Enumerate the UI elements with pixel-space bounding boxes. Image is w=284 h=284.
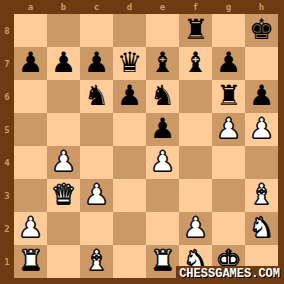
square-f4[interactable] (179, 146, 212, 179)
square-e3[interactable] (146, 179, 179, 212)
piece-black-pawn: ♟ (84, 49, 109, 77)
square-c1[interactable]: ♝ (80, 245, 113, 278)
square-a4[interactable] (14, 146, 47, 179)
piece-black-pawn: ♟ (51, 49, 76, 77)
piece-black-pawn: ♟ (150, 115, 175, 143)
rank-label-3: 3 (0, 179, 14, 212)
square-e6[interactable]: ♞ (146, 80, 179, 113)
square-c6[interactable]: ♞ (80, 80, 113, 113)
square-a5[interactable] (14, 113, 47, 146)
square-f2[interactable]: ♟ (179, 212, 212, 245)
file-label-a: a (14, 0, 47, 14)
piece-white-pawn: ♟ (216, 115, 241, 143)
square-c2[interactable] (80, 212, 113, 245)
square-h6[interactable]: ♟ (245, 80, 278, 113)
square-d2[interactable] (113, 212, 146, 245)
rank-labels: 87654321 (0, 14, 14, 278)
square-c7[interactable]: ♟ (80, 47, 113, 80)
piece-white-bishop: ♝ (249, 181, 274, 209)
square-g2[interactable] (212, 212, 245, 245)
square-f7[interactable]: ♝ (179, 47, 212, 80)
piece-black-bishop: ♝ (183, 49, 208, 77)
square-f6[interactable] (179, 80, 212, 113)
piece-black-knight: ♞ (84, 82, 109, 110)
square-a1[interactable]: ♜ (14, 245, 47, 278)
square-d1[interactable] (113, 245, 146, 278)
piece-white-pawn: ♟ (249, 115, 274, 143)
square-g7[interactable]: ♟ (212, 47, 245, 80)
rank-label-4: 4 (0, 146, 14, 179)
piece-black-rook: ♜ (216, 82, 241, 110)
piece-white-pawn: ♟ (150, 148, 175, 176)
square-f3[interactable] (179, 179, 212, 212)
square-h5[interactable]: ♟ (245, 113, 278, 146)
square-c8[interactable] (80, 14, 113, 47)
square-b5[interactable] (47, 113, 80, 146)
square-d6[interactable]: ♟ (113, 80, 146, 113)
square-e1[interactable]: ♜ (146, 245, 179, 278)
watermark: CHESSGAMES.COM (176, 266, 282, 283)
square-h4[interactable] (245, 146, 278, 179)
piece-black-pawn: ♟ (249, 82, 274, 110)
square-b8[interactable] (47, 14, 80, 47)
square-b4[interactable]: ♟ (47, 146, 80, 179)
square-b1[interactable] (47, 245, 80, 278)
square-g5[interactable]: ♟ (212, 113, 245, 146)
piece-black-queen: ♛ (117, 49, 142, 77)
square-e7[interactable]: ♝ (146, 47, 179, 80)
square-h7[interactable] (245, 47, 278, 80)
square-d7[interactable]: ♛ (113, 47, 146, 80)
square-a6[interactable] (14, 80, 47, 113)
square-f8[interactable]: ♜ (179, 14, 212, 47)
square-g8[interactable] (212, 14, 245, 47)
rank-label-7: 7 (0, 47, 14, 80)
file-label-c: c (80, 0, 113, 14)
square-c4[interactable] (80, 146, 113, 179)
square-a2[interactable]: ♟ (14, 212, 47, 245)
square-b7[interactable]: ♟ (47, 47, 80, 80)
square-c5[interactable] (80, 113, 113, 146)
square-b3[interactable]: ♛ (47, 179, 80, 212)
piece-black-pawn: ♟ (18, 49, 43, 77)
square-a3[interactable] (14, 179, 47, 212)
piece-black-bishop: ♝ (150, 49, 175, 77)
piece-white-pawn: ♟ (18, 214, 43, 242)
square-d8[interactable] (113, 14, 146, 47)
square-g6[interactable]: ♜ (212, 80, 245, 113)
file-label-e: e (146, 0, 179, 14)
square-d5[interactable] (113, 113, 146, 146)
piece-white-knight: ♞ (249, 214, 274, 242)
square-g3[interactable] (212, 179, 245, 212)
square-c3[interactable]: ♟ (80, 179, 113, 212)
piece-white-pawn: ♟ (51, 148, 76, 176)
square-b6[interactable] (47, 80, 80, 113)
square-e2[interactable] (146, 212, 179, 245)
rank-label-1: 1 (0, 245, 14, 278)
square-f5[interactable] (179, 113, 212, 146)
rank-label-8: 8 (0, 14, 14, 47)
piece-white-rook: ♜ (18, 247, 43, 275)
file-label-b: b (47, 0, 80, 14)
piece-white-pawn: ♟ (84, 181, 109, 209)
square-d3[interactable] (113, 179, 146, 212)
piece-black-pawn: ♟ (216, 49, 241, 77)
square-h2[interactable]: ♞ (245, 212, 278, 245)
square-b2[interactable] (47, 212, 80, 245)
file-labels: abcdefgh (14, 0, 278, 14)
piece-black-king: ♚ (249, 16, 274, 44)
piece-black-pawn: ♟ (117, 82, 142, 110)
square-e5[interactable]: ♟ (146, 113, 179, 146)
rank-label-6: 6 (0, 80, 14, 113)
square-h8[interactable]: ♚ (245, 14, 278, 47)
piece-white-rook: ♜ (150, 247, 175, 275)
square-e8[interactable] (146, 14, 179, 47)
square-a7[interactable]: ♟ (14, 47, 47, 80)
rank-label-2: 2 (0, 212, 14, 245)
square-d4[interactable] (113, 146, 146, 179)
piece-black-rook: ♜ (183, 16, 208, 44)
piece-white-queen: ♛ (51, 181, 76, 209)
piece-white-bishop: ♝ (84, 247, 109, 275)
piece-black-knight: ♞ (150, 82, 175, 110)
file-label-d: d (113, 0, 146, 14)
chess-board: ♜♚♟♟♟♛♝♝♟♞♟♞♜♟♟♟♟♟♟♛♟♝♟♟♞♜♝♜♞♚ (14, 14, 278, 278)
rank-label-5: 5 (0, 113, 14, 146)
square-a8[interactable] (14, 14, 47, 47)
file-label-g: g (212, 0, 245, 14)
square-g4[interactable] (212, 146, 245, 179)
board-frame: abcdefgh 87654321 ♜♚♟♟♟♛♝♝♟♞♟♞♜♟♟♟♟♟♟♛♟♝… (0, 0, 284, 284)
piece-white-pawn: ♟ (183, 214, 208, 242)
square-h3[interactable]: ♝ (245, 179, 278, 212)
square-e4[interactable]: ♟ (146, 146, 179, 179)
